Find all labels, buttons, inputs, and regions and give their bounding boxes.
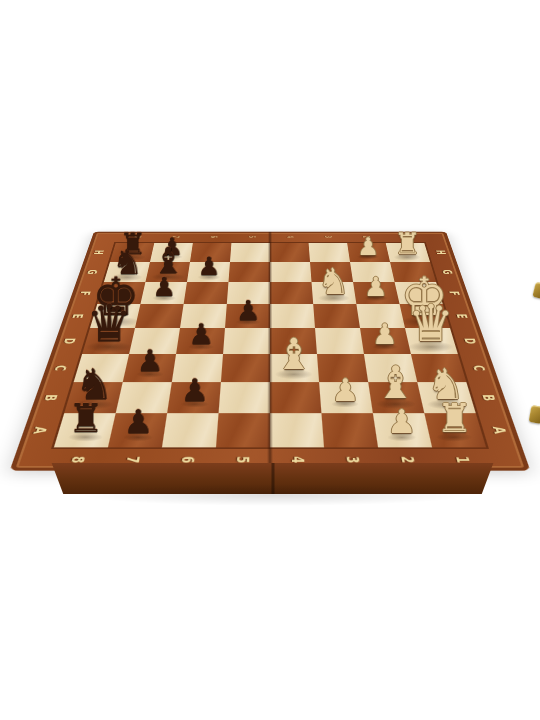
square-a7[interactable]: [108, 413, 167, 447]
square-f4[interactable]: [270, 282, 313, 304]
square-d6[interactable]: [176, 328, 225, 354]
square-g6[interactable]: [187, 262, 230, 282]
rank-label-far: 4: [284, 236, 293, 238]
square-e3[interactable]: [313, 304, 360, 328]
brass-clasp-icon: [532, 282, 540, 299]
file-label-right: H: [433, 250, 448, 254]
rank-label-near: 5: [233, 456, 253, 463]
square-b5[interactable]: [219, 382, 270, 413]
file-label-right: G: [439, 269, 455, 274]
fold-seam: [268, 232, 273, 471]
file-label-right: B: [479, 394, 499, 400]
rank-label-near: 2: [397, 456, 418, 463]
square-a3[interactable]: [321, 413, 378, 447]
rank-label-far: 8: [132, 236, 142, 238]
square-b3[interactable]: [319, 382, 373, 413]
file-label-right: A: [489, 426, 510, 433]
file-label-left: F: [77, 291, 93, 295]
square-h3[interactable]: [309, 243, 350, 262]
square-e7[interactable]: [135, 304, 184, 328]
square-b1[interactable]: [417, 382, 475, 413]
square-e4[interactable]: [270, 304, 315, 328]
square-f5[interactable]: [227, 282, 270, 304]
square-g3[interactable]: [310, 262, 353, 282]
square-d5[interactable]: [223, 328, 270, 354]
file-label-left: G: [85, 269, 101, 274]
square-d3[interactable]: [315, 328, 364, 354]
square-a5[interactable]: [216, 413, 270, 447]
square-e2[interactable]: [356, 304, 405, 328]
square-a8[interactable]: [54, 413, 116, 447]
square-f2[interactable]: [353, 282, 400, 304]
rank-label-far: 3: [322, 236, 332, 238]
square-h4[interactable]: [270, 243, 310, 262]
square-f6[interactable]: [184, 282, 229, 304]
rank-label-near: 6: [177, 456, 197, 463]
file-label-left: D: [61, 338, 79, 344]
rank-label-far: 1: [398, 236, 408, 238]
square-d1[interactable]: [405, 328, 458, 354]
square-a1[interactable]: [424, 413, 486, 447]
square-d2[interactable]: [360, 328, 411, 354]
square-f7[interactable]: [140, 282, 187, 304]
file-label-left: B: [41, 394, 61, 400]
rank-label-far: 2: [360, 236, 370, 238]
file-label-right: D: [461, 338, 479, 344]
square-h5[interactable]: [230, 243, 270, 262]
square-a4[interactable]: [270, 413, 324, 447]
rank-label-near: 8: [67, 456, 88, 463]
square-d4[interactable]: [270, 328, 317, 354]
square-b6[interactable]: [167, 382, 221, 413]
square-g1[interactable]: [390, 262, 436, 282]
square-b4[interactable]: [270, 382, 321, 413]
square-e6[interactable]: [180, 304, 227, 328]
file-label-right: E: [453, 314, 470, 318]
square-g5[interactable]: [228, 262, 270, 282]
chess-board: HGFEDCBAHGFEDCBA8765432187654321: [10, 232, 531, 471]
square-g2[interactable]: [350, 262, 395, 282]
rank-label-far: 5: [246, 236, 255, 238]
square-h2[interactable]: [347, 243, 390, 262]
square-c8[interactable]: [74, 354, 130, 382]
square-c4[interactable]: [270, 354, 319, 382]
square-d7[interactable]: [129, 328, 180, 354]
file-label-left: A: [30, 426, 51, 433]
square-c1[interactable]: [411, 354, 467, 382]
square-c5[interactable]: [221, 354, 270, 382]
square-e8[interactable]: [90, 304, 140, 328]
file-label-right: F: [446, 291, 462, 295]
square-h8[interactable]: [110, 243, 154, 262]
square-g7[interactable]: [145, 262, 190, 282]
file-label-right: C: [470, 365, 489, 371]
square-c7[interactable]: [123, 354, 176, 382]
square-e1[interactable]: [400, 304, 450, 328]
file-label-left: C: [51, 365, 70, 371]
rank-label-near: 1: [452, 456, 473, 463]
square-b2[interactable]: [368, 382, 424, 413]
file-label-left: H: [91, 250, 106, 254]
board-shadow: [80, 484, 470, 506]
square-c6[interactable]: [172, 354, 223, 382]
square-e5[interactable]: [225, 304, 270, 328]
brass-clasp-icon: [529, 405, 540, 424]
square-c3[interactable]: [317, 354, 368, 382]
square-b7[interactable]: [116, 382, 172, 413]
square-b8[interactable]: [64, 382, 122, 413]
square-h6[interactable]: [190, 243, 231, 262]
rank-label-near: 3: [342, 456, 362, 463]
rank-label-far: 6: [208, 236, 218, 238]
square-f8[interactable]: [97, 282, 145, 304]
rank-label-far: 7: [170, 236, 180, 238]
square-f3[interactable]: [312, 282, 357, 304]
square-f1[interactable]: [395, 282, 443, 304]
rank-label-near: 4: [288, 456, 308, 463]
square-a2[interactable]: [373, 413, 432, 447]
square-g4[interactable]: [270, 262, 312, 282]
file-label-left: E: [69, 314, 86, 318]
rank-label-near: 7: [122, 456, 143, 463]
square-c2[interactable]: [364, 354, 417, 382]
square-g8[interactable]: [104, 262, 150, 282]
square-h1[interactable]: [386, 243, 430, 262]
square-h7[interactable]: [150, 243, 193, 262]
square-a6[interactable]: [162, 413, 219, 447]
square-d8[interactable]: [82, 328, 135, 354]
